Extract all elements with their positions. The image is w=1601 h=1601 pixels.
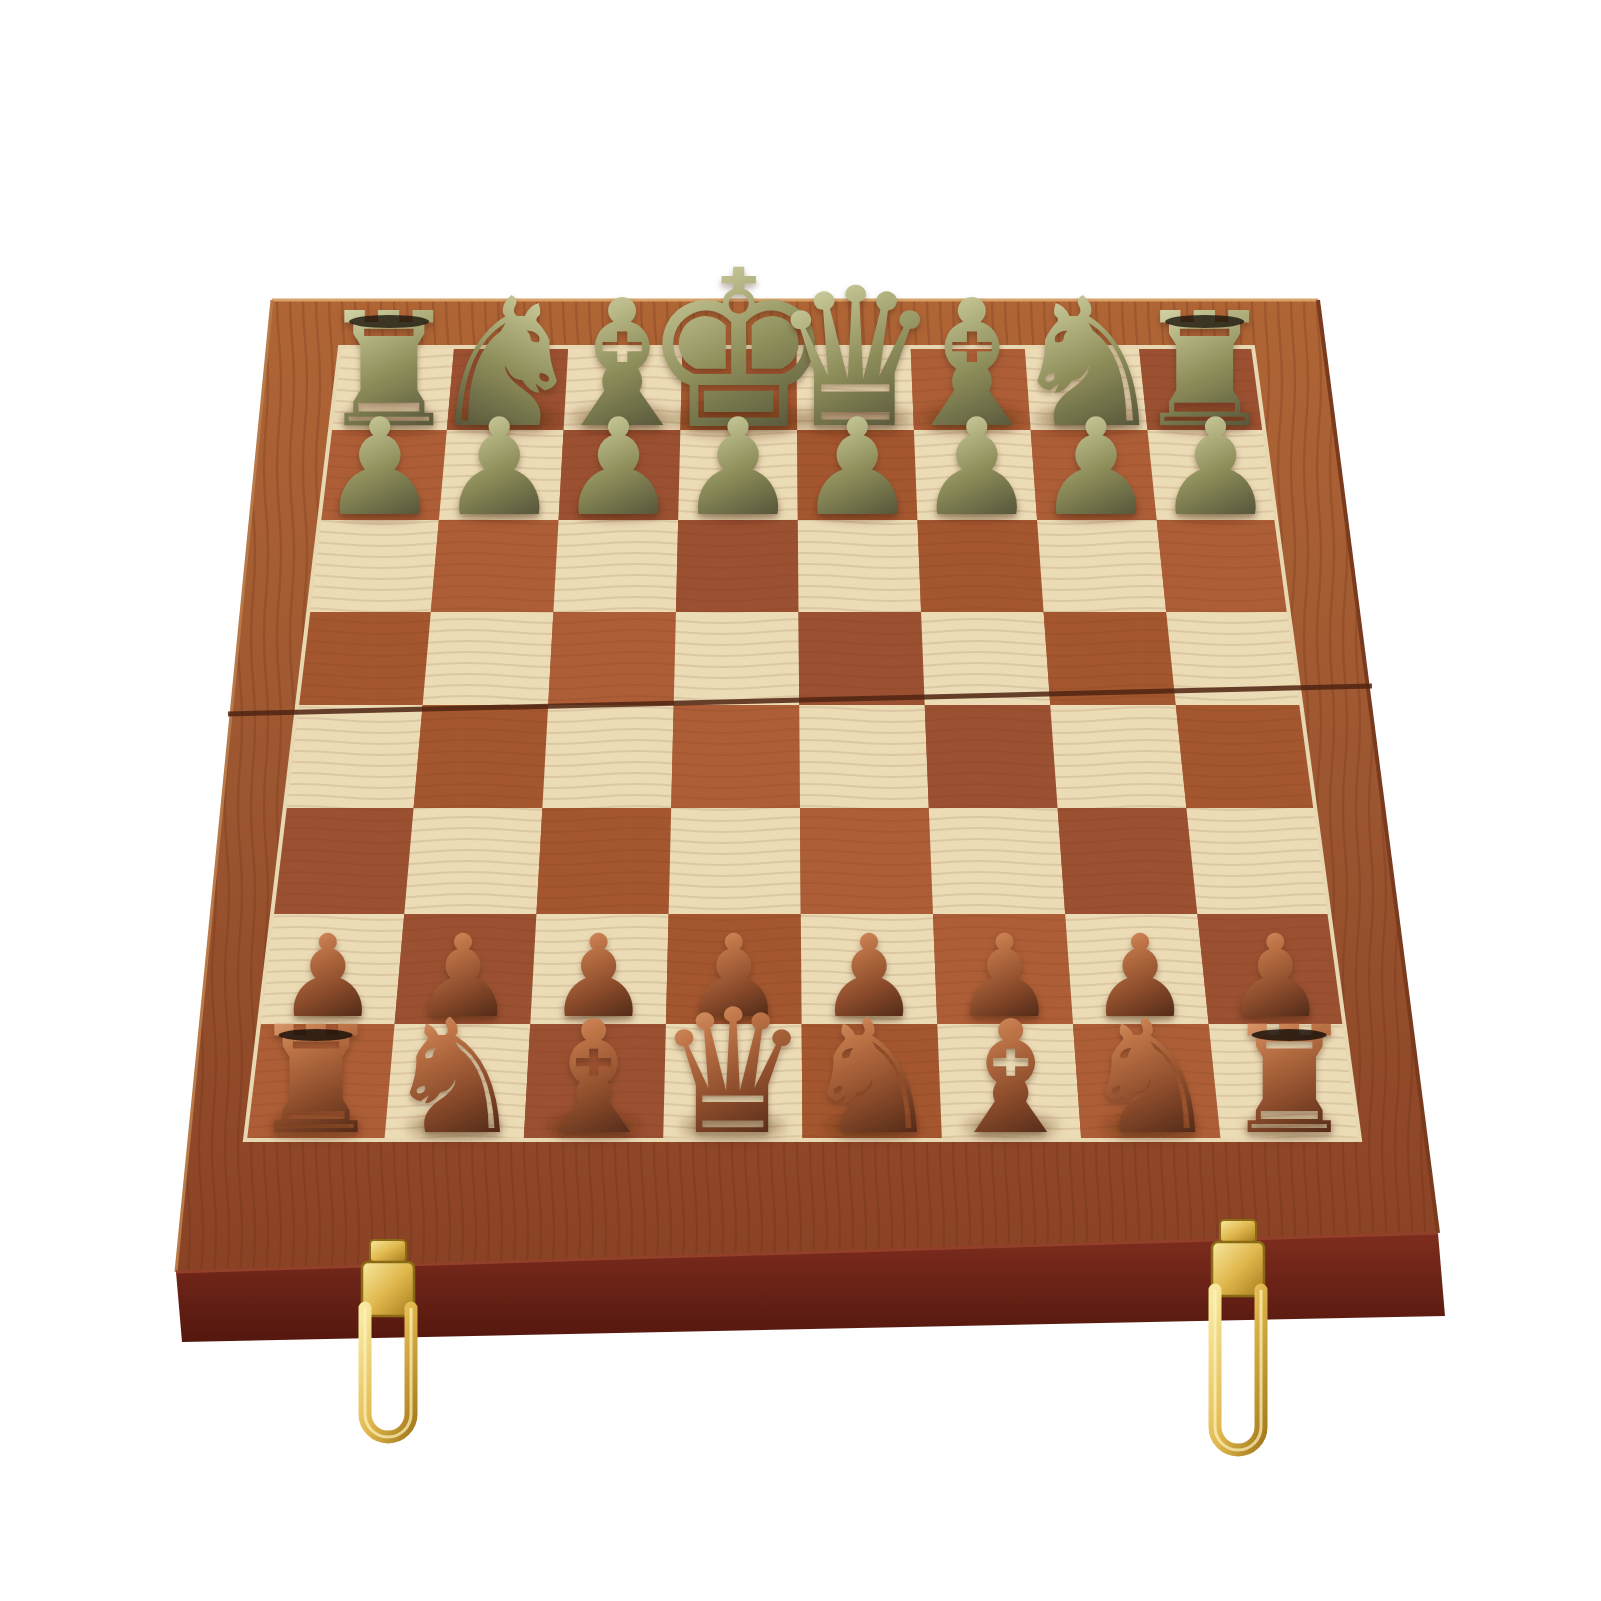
rook-dark-top-a1 (279, 1029, 353, 1041)
rook-dark-top-a8 (350, 315, 429, 328)
piece-brass-pawn-f7: ♟ (917, 401, 1037, 535)
piece-copper-bishop-c1: ♝ (524, 1000, 664, 1156)
piece-copper-knight-b1: ♞ (384, 998, 526, 1156)
piece-copper-bishop-f1: ♝ (941, 1000, 1081, 1156)
piece-copper-rook-h1: ♜ (1223, 1007, 1356, 1155)
piece-brass-pawn-b7: ♟ (439, 401, 559, 535)
piece-brass-pawn-h7: ♟ (1156, 401, 1276, 535)
piece-copper-knight-g1: ♞ (1079, 998, 1221, 1156)
piece-copper-queen-d1: ♛ (656, 987, 810, 1159)
piece-brass-pawn-d7: ♟ (678, 401, 798, 535)
chess-set-product-photo: ♜♞♝♚♛♝♞♜♟♟♟♟♟♟♟♟♟♟♟♟♟♟♟♟♜♞♝♛♞♝♞♜ (0, 0, 1601, 1601)
rook-dark-top-h1 (1252, 1029, 1326, 1041)
piece-brass-pawn-e7: ♟ (797, 401, 917, 535)
piece-brass-pawn-a7: ♟ (320, 401, 440, 535)
rook-dark-top-h8 (1165, 315, 1244, 328)
pieces-layer: ♜♞♝♚♛♝♞♜♟♟♟♟♟♟♟♟♟♟♟♟♟♟♟♟♜♞♝♛♞♝♞♜ (0, 0, 1601, 1601)
piece-brass-pawn-c7: ♟ (559, 401, 679, 535)
piece-copper-rook-a1: ♜ (249, 1007, 382, 1155)
piece-brass-pawn-g7: ♟ (1036, 401, 1156, 535)
piece-copper-knight-e1: ♞ (801, 998, 943, 1156)
